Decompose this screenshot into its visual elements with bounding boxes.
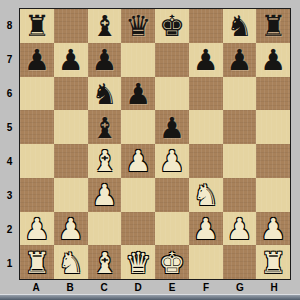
square-f5[interactable] [189, 110, 223, 144]
square-d8[interactable]: ♛ [121, 9, 155, 43]
square-e1[interactable]: ♚ [155, 245, 189, 279]
piece-black-knight: ♞ [91, 80, 117, 109]
piece-white-king: ♚ [159, 249, 185, 278]
square-h6[interactable] [256, 77, 290, 111]
square-h1[interactable]: ♜ [256, 245, 290, 279]
square-a4[interactable] [20, 144, 54, 178]
rank-label-8: 8 [0, 8, 19, 42]
square-c6[interactable]: ♞ [88, 77, 122, 111]
piece-black-pawn: ♟ [91, 46, 117, 75]
square-g8[interactable]: ♞ [223, 9, 257, 43]
square-a8[interactable]: ♜ [20, 9, 54, 43]
square-f1[interactable] [189, 245, 223, 279]
rank-label-6: 6 [0, 76, 19, 110]
square-b3[interactable] [54, 178, 88, 212]
square-g6[interactable] [223, 77, 257, 111]
square-d2[interactable] [121, 212, 155, 246]
piece-white-bishop: ♝ [91, 249, 117, 278]
square-f6[interactable] [189, 77, 223, 111]
square-f3[interactable]: ♞ [189, 178, 223, 212]
file-label-e: E [155, 281, 189, 294]
square-c3[interactable]: ♟ [88, 178, 122, 212]
square-b8[interactable] [54, 9, 88, 43]
rank-labels: 87654321 [0, 8, 19, 280]
chess-app-screen: 87654321 ♜♝♛♚♞♜♟♟♟♟♟♟♞♟♝♟♝♟♟♟♞♟♟♟♟♟♜♞♝♛♚… [0, 0, 300, 300]
square-h5[interactable] [256, 110, 290, 144]
piece-white-pawn: ♟ [260, 215, 286, 244]
piece-black-rook: ♜ [24, 12, 50, 41]
rank-label-5: 5 [0, 110, 19, 144]
piece-black-pawn: ♟ [159, 114, 185, 143]
square-e5[interactable]: ♟ [155, 110, 189, 144]
square-e4[interactable]: ♟ [155, 144, 189, 178]
square-a1[interactable]: ♜ [20, 245, 54, 279]
file-label-d: D [121, 281, 155, 294]
file-label-f: F [189, 281, 223, 294]
square-f4[interactable] [189, 144, 223, 178]
square-f7[interactable]: ♟ [189, 43, 223, 77]
square-e8[interactable]: ♚ [155, 9, 189, 43]
rank-label-3: 3 [0, 178, 19, 212]
square-f8[interactable] [189, 9, 223, 43]
square-e7[interactable] [155, 43, 189, 77]
square-c1[interactable]: ♝ [88, 245, 122, 279]
rank-label-4: 4 [0, 144, 19, 178]
rank-label-1: 1 [0, 246, 19, 280]
square-c8[interactable]: ♝ [88, 9, 122, 43]
piece-black-queen: ♛ [125, 12, 151, 41]
file-label-g: G [223, 281, 257, 294]
square-d6[interactable]: ♟ [121, 77, 155, 111]
piece-black-bishop: ♝ [91, 12, 117, 41]
square-b5[interactable] [54, 110, 88, 144]
square-h2[interactable]: ♟ [256, 212, 290, 246]
piece-white-pawn: ♟ [159, 147, 185, 176]
piece-black-rook: ♜ [260, 12, 286, 41]
square-b7[interactable]: ♟ [54, 43, 88, 77]
square-g4[interactable] [223, 144, 257, 178]
square-d4[interactable]: ♟ [121, 144, 155, 178]
square-g2[interactable]: ♟ [223, 212, 257, 246]
rank-label-2: 2 [0, 212, 19, 246]
square-f2[interactable]: ♟ [189, 212, 223, 246]
square-e3[interactable] [155, 178, 189, 212]
piece-white-pawn: ♟ [226, 215, 252, 244]
square-g7[interactable]: ♟ [223, 43, 257, 77]
file-label-a: A [19, 281, 53, 294]
square-d7[interactable] [121, 43, 155, 77]
square-h3[interactable] [256, 178, 290, 212]
square-d1[interactable]: ♛ [121, 245, 155, 279]
square-b1[interactable]: ♞ [54, 245, 88, 279]
square-b2[interactable]: ♟ [54, 212, 88, 246]
piece-black-pawn: ♟ [58, 46, 84, 75]
square-g3[interactable] [223, 178, 257, 212]
square-b4[interactable] [54, 144, 88, 178]
piece-black-pawn: ♟ [125, 80, 151, 109]
square-c4[interactable]: ♝ [88, 144, 122, 178]
file-labels: ABCDEFGH [19, 281, 291, 294]
piece-white-pawn: ♟ [24, 215, 50, 244]
piece-black-pawn: ♟ [24, 46, 50, 75]
bottom-window-edge [0, 294, 300, 300]
piece-black-pawn: ♟ [226, 46, 252, 75]
square-a2[interactable]: ♟ [20, 212, 54, 246]
piece-white-queen: ♛ [125, 249, 151, 278]
piece-black-bishop: ♝ [91, 114, 117, 143]
square-c5[interactable]: ♝ [88, 110, 122, 144]
piece-white-rook: ♜ [260, 249, 286, 278]
piece-white-knight: ♞ [58, 249, 84, 278]
square-e2[interactable] [155, 212, 189, 246]
piece-white-pawn: ♟ [58, 215, 84, 244]
chess-board: ♜♝♛♚♞♜♟♟♟♟♟♟♞♟♝♟♝♟♟♟♞♟♟♟♟♟♜♞♝♛♚♜ [19, 8, 291, 280]
piece-black-pawn: ♟ [193, 46, 219, 75]
square-e6[interactable] [155, 77, 189, 111]
rank-label-7: 7 [0, 42, 19, 76]
square-a6[interactable] [20, 77, 54, 111]
piece-black-knight: ♞ [226, 12, 252, 41]
piece-white-pawn: ♟ [193, 215, 219, 244]
piece-white-rook: ♜ [24, 249, 50, 278]
square-a5[interactable] [20, 110, 54, 144]
piece-white-pawn: ♟ [91, 181, 117, 210]
square-h4[interactable] [256, 144, 290, 178]
file-label-b: B [53, 281, 87, 294]
square-b6[interactable] [54, 77, 88, 111]
square-a3[interactable] [20, 178, 54, 212]
file-label-h: H [257, 281, 291, 294]
square-d5[interactable] [121, 110, 155, 144]
piece-white-knight: ♞ [193, 181, 219, 210]
square-a7[interactable]: ♟ [20, 43, 54, 77]
square-d3[interactable] [121, 178, 155, 212]
square-g1[interactable] [223, 245, 257, 279]
piece-white-pawn: ♟ [125, 147, 151, 176]
piece-black-pawn: ♟ [260, 46, 286, 75]
square-h8[interactable]: ♜ [256, 9, 290, 43]
square-c7[interactable]: ♟ [88, 43, 122, 77]
piece-white-bishop: ♝ [91, 147, 117, 176]
square-c2[interactable] [88, 212, 122, 246]
piece-black-king: ♚ [159, 12, 185, 41]
file-label-c: C [87, 281, 121, 294]
square-g5[interactable] [223, 110, 257, 144]
square-h7[interactable]: ♟ [256, 43, 290, 77]
